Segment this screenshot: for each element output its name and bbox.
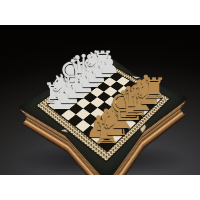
board-top [18,49,187,175]
photo-canvas: ♜♞♝♚♛♝♞♜♟♟♟♟♟♟♟♟♟♟♟♟♟♟♟♟♜♞♝♚♛♝♞♜ [0,0,200,200]
drawer-latch [114,121,123,127]
letterbox-top [0,0,200,25]
chess-set-photo: ♜♞♝♚♛♝♞♜♟♟♟♟♟♟♟♟♟♟♟♟♟♟♟♟♜♞♝♚♛♝♞♜ [0,25,200,175]
mosaic-border [35,58,171,162]
scene-3d [0,25,200,175]
letterbox-bottom [0,175,200,200]
